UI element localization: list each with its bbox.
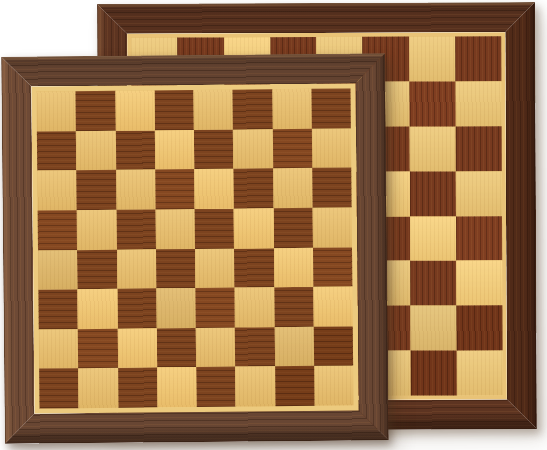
back-board-square-g2: [410, 306, 456, 351]
front-board-square-c1: [118, 368, 158, 408]
front-chessboard: [1, 53, 389, 444]
front-board-square-h1: [314, 366, 354, 406]
front-board-square-c8: [115, 90, 155, 130]
front-board-frame-right: [355, 53, 389, 440]
back-board-square-g6: [409, 126, 455, 171]
front-board-square-f5: [234, 208, 274, 248]
front-board-square-h4: [313, 247, 353, 287]
front-board-square-e6: [194, 169, 234, 209]
front-board-grid: [36, 89, 353, 409]
front-board-square-e8: [193, 90, 233, 130]
front-board-square-c7: [115, 130, 155, 170]
front-board-square-d2: [157, 328, 197, 368]
front-board-square-a3: [38, 289, 78, 329]
front-board-square-c5: [116, 209, 156, 249]
back-board-square-h2: [456, 305, 502, 350]
front-board-square-a2: [39, 329, 79, 369]
back-board-square-g3: [410, 261, 456, 306]
front-board-square-h5: [312, 207, 352, 247]
front-board-square-e3: [195, 288, 235, 328]
back-board-square-g8: [409, 36, 455, 81]
front-board-square-g6: [273, 168, 313, 208]
front-board-square-f2: [235, 327, 275, 367]
front-board-square-f6: [233, 169, 273, 209]
back-board-square-g1: [410, 351, 456, 396]
front-board-square-a7: [37, 131, 77, 171]
front-board-square-d6: [155, 169, 195, 209]
front-board-square-f7: [233, 129, 273, 169]
front-board-square-e1: [196, 367, 236, 407]
front-board-square-g4: [273, 247, 313, 287]
front-board-square-c6: [116, 170, 156, 210]
front-board-square-d4: [156, 249, 196, 289]
back-board-square-h5: [456, 171, 502, 216]
front-board-square-b4: [77, 249, 117, 289]
front-board-square-f3: [235, 287, 275, 327]
back-board-square-g4: [409, 216, 455, 261]
front-board-square-b6: [76, 170, 116, 210]
front-board-square-d5: [155, 209, 195, 249]
front-board-frame-bottom: [5, 410, 389, 444]
front-board-square-b2: [78, 328, 118, 368]
front-board-square-c2: [117, 328, 157, 368]
back-board-square-h3: [456, 261, 502, 306]
front-board-square-f8: [233, 89, 273, 129]
front-board-square-h2: [314, 326, 354, 366]
back-board-square-h6: [455, 126, 501, 171]
back-board-square-g5: [409, 171, 455, 216]
back-board-frame-top: [97, 2, 535, 34]
product-photo-canvas: [0, 0, 547, 450]
front-board-square-b5: [77, 210, 117, 250]
front-board-square-f4: [234, 248, 274, 288]
back-board-square-h8: [455, 36, 501, 81]
front-board-square-c3: [117, 288, 157, 328]
front-board-frame-top: [1, 53, 385, 87]
front-board-frame-left: [1, 57, 35, 444]
front-board-square-e4: [195, 248, 235, 288]
front-board-square-h6: [312, 168, 352, 208]
front-board-square-g5: [273, 208, 313, 248]
front-board-square-g1: [275, 366, 315, 406]
back-board-frame-right: [505, 2, 537, 429]
front-board-square-b1: [78, 368, 118, 408]
back-board-square-g7: [409, 81, 455, 126]
front-board-square-a5: [38, 210, 78, 250]
front-board-square-a8: [36, 91, 76, 131]
front-board-square-a4: [38, 250, 78, 290]
front-board-square-a1: [39, 368, 79, 408]
front-board-square-d1: [157, 367, 197, 407]
back-board-square-h1: [456, 350, 502, 395]
front-board-square-h7: [312, 128, 352, 168]
front-board-square-g8: [272, 89, 312, 129]
front-board-square-h8: [311, 89, 351, 129]
front-board-square-d8: [154, 90, 194, 130]
front-board-square-b8: [76, 91, 116, 131]
front-board-square-b7: [76, 130, 116, 170]
front-board-square-h3: [313, 287, 353, 327]
back-board-square-h7: [455, 81, 501, 126]
front-board-square-g7: [272, 129, 312, 169]
front-board-square-g3: [274, 287, 314, 327]
front-board-maple-border: [31, 83, 358, 413]
front-board-square-g2: [274, 327, 314, 367]
front-board-square-f1: [235, 367, 275, 407]
front-board-square-d3: [156, 288, 196, 328]
front-board-square-e5: [195, 209, 235, 249]
front-board-square-b3: [78, 289, 118, 329]
front-board-square-d7: [155, 130, 195, 170]
front-board-square-e2: [196, 327, 236, 367]
back-board-square-h4: [456, 216, 502, 261]
front-board-square-e7: [194, 129, 234, 169]
front-board-square-a6: [37, 170, 77, 210]
front-board-square-c4: [117, 249, 157, 289]
